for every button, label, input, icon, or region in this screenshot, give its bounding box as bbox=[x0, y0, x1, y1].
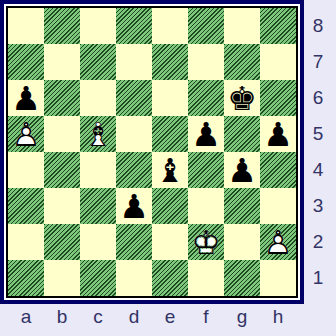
square-c6[interactable] bbox=[80, 80, 116, 116]
piece-black-pawn[interactable]: ♟ bbox=[188, 116, 224, 152]
white-piece-outline-layer: ♙ bbox=[260, 224, 296, 260]
file-label-b: b bbox=[44, 304, 80, 330]
square-f4[interactable] bbox=[188, 152, 224, 188]
rank-label-3: 3 bbox=[304, 188, 332, 224]
square-g6[interactable]: ♚ bbox=[224, 80, 260, 116]
square-g5[interactable] bbox=[224, 116, 260, 152]
white-piece-outline-layer: ♔ bbox=[188, 224, 224, 260]
rank-label-1: 1 bbox=[304, 260, 332, 296]
rank-label-5: 5 bbox=[304, 116, 332, 152]
square-h7[interactable] bbox=[260, 44, 296, 80]
square-c2[interactable] bbox=[80, 224, 116, 260]
square-g2[interactable] bbox=[224, 224, 260, 260]
square-a7[interactable] bbox=[8, 44, 44, 80]
square-d2[interactable] bbox=[116, 224, 152, 260]
piece-black-pawn[interactable]: ♟ bbox=[8, 80, 44, 116]
square-a1[interactable] bbox=[8, 260, 44, 296]
square-b8[interactable] bbox=[44, 8, 80, 44]
square-b6[interactable] bbox=[44, 80, 80, 116]
square-h6[interactable] bbox=[260, 80, 296, 116]
file-label-e: e bbox=[152, 304, 188, 330]
square-a3[interactable] bbox=[8, 188, 44, 224]
square-e5[interactable] bbox=[152, 116, 188, 152]
rank-label-7: 7 bbox=[304, 44, 332, 80]
rank-label-4: 4 bbox=[304, 152, 332, 188]
black-piece-layer: ♟ bbox=[224, 152, 260, 188]
chess-board-inner-frame: ♟♚♟♙♝♗♟♟♝♟♟♚♔♟♙ bbox=[6, 6, 298, 298]
piece-black-king[interactable]: ♚ bbox=[224, 80, 260, 116]
black-piece-layer: ♝ bbox=[152, 152, 188, 188]
square-a2[interactable] bbox=[8, 224, 44, 260]
square-e1[interactable] bbox=[152, 260, 188, 296]
square-b4[interactable] bbox=[44, 152, 80, 188]
square-d7[interactable] bbox=[116, 44, 152, 80]
square-b1[interactable] bbox=[44, 260, 80, 296]
square-h8[interactable] bbox=[260, 8, 296, 44]
piece-white-pawn[interactable]: ♟♙ bbox=[8, 116, 44, 152]
piece-white-bishop[interactable]: ♝♗ bbox=[80, 116, 116, 152]
rank-label-8: 8 bbox=[304, 8, 332, 44]
black-piece-layer: ♟ bbox=[260, 116, 296, 152]
square-c3[interactable] bbox=[80, 188, 116, 224]
square-d8[interactable] bbox=[116, 8, 152, 44]
square-g8[interactable] bbox=[224, 8, 260, 44]
square-d4[interactable] bbox=[116, 152, 152, 188]
square-b7[interactable] bbox=[44, 44, 80, 80]
black-piece-layer: ♚ bbox=[224, 80, 260, 116]
square-e6[interactable] bbox=[152, 80, 188, 116]
black-piece-layer: ♟ bbox=[188, 116, 224, 152]
rank-label-2: 2 bbox=[304, 224, 332, 260]
white-piece-outline-layer: ♙ bbox=[8, 116, 44, 152]
piece-white-king[interactable]: ♚♔ bbox=[188, 224, 224, 260]
square-h2[interactable]: ♟♙ bbox=[260, 224, 296, 260]
square-a5[interactable]: ♟♙ bbox=[8, 116, 44, 152]
square-e8[interactable] bbox=[152, 8, 188, 44]
black-piece-layer: ♟ bbox=[116, 188, 152, 224]
file-label-g: g bbox=[224, 304, 260, 330]
file-label-c: c bbox=[80, 304, 116, 330]
square-a6[interactable]: ♟ bbox=[8, 80, 44, 116]
chess-diagram: ♟♚♟♙♝♗♟♟♝♟♟♚♔♟♙ 87654321 abcdefgh bbox=[0, 0, 336, 336]
square-d5[interactable] bbox=[116, 116, 152, 152]
piece-white-pawn[interactable]: ♟♙ bbox=[260, 224, 296, 260]
square-a4[interactable] bbox=[8, 152, 44, 188]
square-b2[interactable] bbox=[44, 224, 80, 260]
black-piece-layer: ♟ bbox=[8, 80, 44, 116]
square-b5[interactable] bbox=[44, 116, 80, 152]
piece-black-pawn[interactable]: ♟ bbox=[116, 188, 152, 224]
square-h1[interactable] bbox=[260, 260, 296, 296]
square-c4[interactable] bbox=[80, 152, 116, 188]
square-c7[interactable] bbox=[80, 44, 116, 80]
square-h5[interactable]: ♟ bbox=[260, 116, 296, 152]
square-e4[interactable]: ♝ bbox=[152, 152, 188, 188]
file-label-f: f bbox=[188, 304, 224, 330]
square-f7[interactable] bbox=[188, 44, 224, 80]
rank-label-6: 6 bbox=[304, 80, 332, 116]
file-label-d: d bbox=[116, 304, 152, 330]
square-f1[interactable] bbox=[188, 260, 224, 296]
piece-black-bishop[interactable]: ♝ bbox=[152, 152, 188, 188]
square-f2[interactable]: ♚♔ bbox=[188, 224, 224, 260]
square-g1[interactable] bbox=[224, 260, 260, 296]
file-label-h: h bbox=[260, 304, 296, 330]
square-f8[interactable] bbox=[188, 8, 224, 44]
chess-board: ♟♚♟♙♝♗♟♟♝♟♟♚♔♟♙ bbox=[8, 8, 296, 296]
square-f6[interactable] bbox=[188, 80, 224, 116]
square-c5[interactable]: ♝♗ bbox=[80, 116, 116, 152]
square-f5[interactable]: ♟ bbox=[188, 116, 224, 152]
white-piece-outline-layer: ♗ bbox=[80, 116, 116, 152]
chess-board-frame: ♟♚♟♙♝♗♟♟♝♟♟♚♔♟♙ bbox=[0, 0, 304, 304]
file-label-a: a bbox=[8, 304, 44, 330]
square-e2[interactable] bbox=[152, 224, 188, 260]
square-b3[interactable] bbox=[44, 188, 80, 224]
square-c1[interactable] bbox=[80, 260, 116, 296]
square-e7[interactable] bbox=[152, 44, 188, 80]
square-d6[interactable] bbox=[116, 80, 152, 116]
piece-black-pawn[interactable]: ♟ bbox=[260, 116, 296, 152]
square-e3[interactable] bbox=[152, 188, 188, 224]
square-g4[interactable]: ♟ bbox=[224, 152, 260, 188]
square-g7[interactable] bbox=[224, 44, 260, 80]
square-a8[interactable] bbox=[8, 8, 44, 44]
rank-labels: 87654321 bbox=[304, 8, 332, 296]
square-c8[interactable] bbox=[80, 8, 116, 44]
square-h3[interactable] bbox=[260, 188, 296, 224]
square-d1[interactable] bbox=[116, 260, 152, 296]
square-g3[interactable] bbox=[224, 188, 260, 224]
square-h4[interactable] bbox=[260, 152, 296, 188]
piece-black-pawn[interactable]: ♟ bbox=[224, 152, 260, 188]
file-labels: abcdefgh bbox=[8, 304, 296, 330]
square-d3[interactable]: ♟ bbox=[116, 188, 152, 224]
square-f3[interactable] bbox=[188, 188, 224, 224]
